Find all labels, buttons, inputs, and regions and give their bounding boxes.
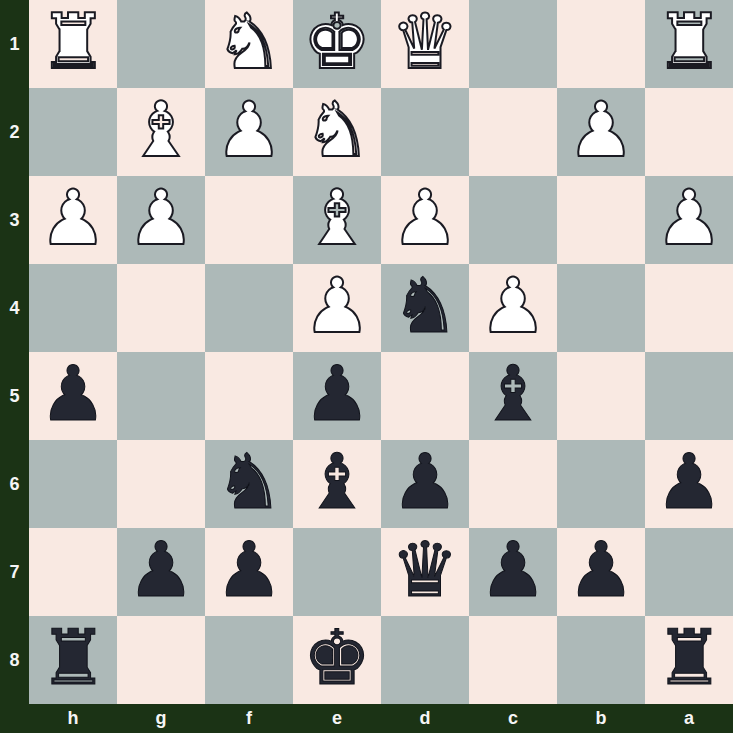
square-g6[interactable] [117, 440, 205, 528]
square-f2[interactable]: ♟ [205, 88, 293, 176]
square-a8[interactable]: ♜ [645, 616, 733, 704]
square-e4[interactable]: ♟ [293, 264, 381, 352]
rank-label-6: 6 [0, 440, 29, 528]
square-f5[interactable] [205, 352, 293, 440]
white-pawn-piece[interactable]: ♟ [655, 180, 723, 256]
square-g4[interactable] [117, 264, 205, 352]
black-pawn-piece[interactable]: ♟ [127, 532, 195, 608]
square-d8[interactable] [381, 616, 469, 704]
square-e2[interactable]: ♞ [293, 88, 381, 176]
black-knight-piece[interactable]: ♞ [215, 444, 283, 520]
square-b6[interactable] [557, 440, 645, 528]
white-bishop-piece[interactable]: ♝ [127, 92, 195, 168]
square-g3[interactable]: ♟ [117, 176, 205, 264]
square-c4[interactable]: ♟ [469, 264, 557, 352]
file-label-a: a [645, 704, 733, 733]
black-bishop-piece[interactable]: ♝ [303, 444, 371, 520]
file-label-c: c [469, 704, 557, 733]
file-label-g: g [117, 704, 205, 733]
black-pawn-piece[interactable]: ♟ [567, 532, 635, 608]
white-pawn-piece[interactable]: ♟ [127, 180, 195, 256]
black-pawn-piece[interactable]: ♟ [215, 532, 283, 608]
square-a7[interactable] [645, 528, 733, 616]
square-a6[interactable]: ♟ [645, 440, 733, 528]
black-pawn-piece[interactable]: ♟ [479, 532, 547, 608]
square-h8[interactable]: ♜ [29, 616, 117, 704]
rank-label-4: 4 [0, 264, 29, 352]
rank-label-1: 1 [0, 0, 29, 88]
square-b8[interactable] [557, 616, 645, 704]
black-king-piece[interactable]: ♚ [303, 620, 371, 696]
square-d6[interactable]: ♟ [381, 440, 469, 528]
square-e5[interactable]: ♟ [293, 352, 381, 440]
black-knight-piece[interactable]: ♞ [391, 268, 459, 344]
square-a1[interactable]: ♜ [645, 0, 733, 88]
square-a4[interactable] [645, 264, 733, 352]
black-pawn-piece[interactable]: ♟ [39, 356, 107, 432]
white-pawn-piece[interactable]: ♟ [391, 180, 459, 256]
square-h5[interactable]: ♟ [29, 352, 117, 440]
square-e1[interactable]: ♚ [293, 0, 381, 88]
square-f3[interactable] [205, 176, 293, 264]
black-pawn-piece[interactable]: ♟ [303, 356, 371, 432]
square-d3[interactable]: ♟ [381, 176, 469, 264]
square-b2[interactable]: ♟ [557, 88, 645, 176]
square-f6[interactable]: ♞ [205, 440, 293, 528]
square-b5[interactable] [557, 352, 645, 440]
file-label-b: b [557, 704, 645, 733]
square-h7[interactable] [29, 528, 117, 616]
square-f8[interactable] [205, 616, 293, 704]
chess-board: 1♜♞♚♛♜2♝♟♞♟3♟♟♝♟♟4♟♞♟5♟♟♝6♞♝♟♟7♟♟♛♟♟8♜♚♜… [0, 0, 733, 733]
black-bishop-piece[interactable]: ♝ [479, 356, 547, 432]
square-d7[interactable]: ♛ [381, 528, 469, 616]
square-e7[interactable] [293, 528, 381, 616]
file-label-e: e [293, 704, 381, 733]
frame-corner [0, 704, 29, 733]
square-d2[interactable] [381, 88, 469, 176]
square-e6[interactable]: ♝ [293, 440, 381, 528]
square-f7[interactable]: ♟ [205, 528, 293, 616]
square-h1[interactable]: ♜ [29, 0, 117, 88]
white-queen-piece[interactable]: ♛ [391, 4, 459, 80]
black-pawn-piece[interactable]: ♟ [655, 444, 723, 520]
square-b4[interactable] [557, 264, 645, 352]
rank-label-7: 7 [0, 528, 29, 616]
black-rook-piece[interactable]: ♜ [39, 620, 107, 696]
square-c3[interactable] [469, 176, 557, 264]
square-c2[interactable] [469, 88, 557, 176]
square-g2[interactable]: ♝ [117, 88, 205, 176]
square-h3[interactable]: ♟ [29, 176, 117, 264]
rank-label-3: 3 [0, 176, 29, 264]
square-e8[interactable]: ♚ [293, 616, 381, 704]
file-label-h: h [29, 704, 117, 733]
square-c8[interactable] [469, 616, 557, 704]
white-rook-piece[interactable]: ♜ [655, 4, 723, 80]
rank-label-5: 5 [0, 352, 29, 440]
square-b1[interactable] [557, 0, 645, 88]
white-pawn-piece[interactable]: ♟ [215, 92, 283, 168]
square-a5[interactable] [645, 352, 733, 440]
square-d1[interactable]: ♛ [381, 0, 469, 88]
square-a3[interactable]: ♟ [645, 176, 733, 264]
square-d5[interactable] [381, 352, 469, 440]
square-g5[interactable] [117, 352, 205, 440]
rank-label-2: 2 [0, 88, 29, 176]
square-g7[interactable]: ♟ [117, 528, 205, 616]
square-b7[interactable]: ♟ [557, 528, 645, 616]
white-pawn-piece[interactable]: ♟ [303, 268, 371, 344]
white-bishop-piece[interactable]: ♝ [303, 180, 371, 256]
rank-label-8: 8 [0, 616, 29, 704]
square-f4[interactable] [205, 264, 293, 352]
black-pawn-piece[interactable]: ♟ [391, 444, 459, 520]
white-rook-piece[interactable]: ♜ [39, 4, 107, 80]
square-b3[interactable] [557, 176, 645, 264]
square-c6[interactable] [469, 440, 557, 528]
square-d4[interactable]: ♞ [381, 264, 469, 352]
square-c1[interactable] [469, 0, 557, 88]
black-queen-piece[interactable]: ♛ [391, 532, 459, 608]
square-g1[interactable] [117, 0, 205, 88]
square-h6[interactable] [29, 440, 117, 528]
white-king-piece[interactable]: ♚ [303, 4, 371, 80]
white-pawn-piece[interactable]: ♟ [567, 92, 635, 168]
file-label-d: d [381, 704, 469, 733]
square-f1[interactable]: ♞ [205, 0, 293, 88]
black-rook-piece[interactable]: ♜ [655, 620, 723, 696]
white-knight-piece[interactable]: ♞ [303, 92, 371, 168]
white-knight-piece[interactable]: ♞ [215, 4, 283, 80]
file-label-f: f [205, 704, 293, 733]
white-pawn-piece[interactable]: ♟ [479, 268, 547, 344]
white-pawn-piece[interactable]: ♟ [39, 180, 107, 256]
square-h4[interactable] [29, 264, 117, 352]
square-a2[interactable] [645, 88, 733, 176]
square-c5[interactable]: ♝ [469, 352, 557, 440]
square-e3[interactable]: ♝ [293, 176, 381, 264]
square-c7[interactable]: ♟ [469, 528, 557, 616]
square-h2[interactable] [29, 88, 117, 176]
square-g8[interactable] [117, 616, 205, 704]
